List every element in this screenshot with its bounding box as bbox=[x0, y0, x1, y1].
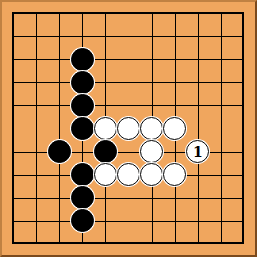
intersection-c0-r8[interactable] bbox=[1, 186, 24, 209]
intersection-c1-r7[interactable] bbox=[25, 163, 48, 186]
intersection-c0-r3[interactable] bbox=[1, 71, 24, 94]
intersection-c5-r2[interactable] bbox=[117, 48, 140, 71]
intersection-c4-r1[interactable] bbox=[94, 25, 117, 48]
intersection-c9-r2[interactable] bbox=[209, 48, 232, 71]
intersection-c8-r1[interactable] bbox=[186, 25, 209, 48]
intersection-c4-r6[interactable] bbox=[94, 140, 117, 163]
intersection-c5-r9[interactable] bbox=[117, 209, 140, 232]
intersection-c9-r3[interactable] bbox=[209, 71, 232, 94]
intersection-c1-r9[interactable] bbox=[25, 209, 48, 232]
go-board: 1 bbox=[0, 0, 257, 257]
intersection-c6-r7[interactable] bbox=[140, 163, 163, 186]
intersection-c2-r10[interactable] bbox=[48, 232, 71, 255]
black-stone[interactable] bbox=[71, 209, 94, 232]
intersection-c7-r7[interactable] bbox=[163, 163, 186, 186]
intersection-c3-r2[interactable] bbox=[71, 48, 94, 71]
intersection-c2-r8[interactable] bbox=[48, 186, 71, 209]
intersection-c9-r7[interactable] bbox=[209, 163, 232, 186]
intersection-c1-r2[interactable] bbox=[25, 48, 48, 71]
intersection-c4-r7[interactable] bbox=[94, 163, 117, 186]
black-stone[interactable] bbox=[94, 140, 117, 163]
white-stone[interactable] bbox=[163, 117, 186, 140]
intersection-c5-r8[interactable] bbox=[117, 186, 140, 209]
intersection-c3-r4[interactable] bbox=[71, 94, 94, 117]
black-stone[interactable] bbox=[71, 186, 94, 209]
intersection-c0-r6[interactable] bbox=[1, 140, 24, 163]
intersection-c1-r3[interactable] bbox=[25, 71, 48, 94]
intersection-c2-r5[interactable] bbox=[48, 117, 71, 140]
intersection-c5-r5[interactable] bbox=[117, 117, 140, 140]
intersection-c9-r9[interactable] bbox=[209, 209, 232, 232]
intersection-c4-r10[interactable] bbox=[94, 232, 117, 255]
intersection-c3-r1[interactable] bbox=[71, 25, 94, 48]
intersection-c2-r7[interactable] bbox=[48, 163, 71, 186]
intersection-c4-r3[interactable] bbox=[94, 71, 117, 94]
intersection-c8-r4[interactable] bbox=[186, 94, 209, 117]
intersection-c4-r8[interactable] bbox=[94, 186, 117, 209]
black-stone[interactable] bbox=[71, 163, 94, 186]
white-stone[interactable] bbox=[94, 117, 117, 140]
intersection-c9-r5[interactable] bbox=[209, 117, 232, 140]
black-stone[interactable] bbox=[71, 94, 94, 117]
intersection-c9-r8[interactable] bbox=[209, 186, 232, 209]
white-stone[interactable] bbox=[140, 140, 163, 163]
black-stone[interactable] bbox=[71, 117, 94, 140]
intersection-c3-r9[interactable] bbox=[71, 209, 94, 232]
intersection-c9-r10[interactable] bbox=[209, 232, 232, 255]
intersection-c9-r4[interactable] bbox=[209, 94, 232, 117]
intersection-c2-r1[interactable] bbox=[48, 25, 71, 48]
intersection-c5-r7[interactable] bbox=[117, 163, 140, 186]
intersection-c2-r4[interactable] bbox=[48, 94, 71, 117]
intersection-c2-r9[interactable] bbox=[48, 209, 71, 232]
intersection-c7-r0[interactable] bbox=[163, 1, 186, 24]
intersection-c4-r4[interactable] bbox=[94, 94, 117, 117]
intersection-c10-r10[interactable] bbox=[232, 232, 255, 255]
intersection-c5-r4[interactable] bbox=[117, 94, 140, 117]
intersection-c7-r2[interactable] bbox=[163, 48, 186, 71]
intersection-c10-r3[interactable] bbox=[232, 71, 255, 94]
intersection-c1-r5[interactable] bbox=[25, 117, 48, 140]
intersection-c8-r0[interactable] bbox=[186, 1, 209, 24]
intersection-c6-r10[interactable] bbox=[140, 232, 163, 255]
intersection-c9-r0[interactable] bbox=[209, 1, 232, 24]
intersection-c8-r7[interactable] bbox=[186, 163, 209, 186]
move-number-label: 1 bbox=[193, 144, 203, 158]
white-stone[interactable] bbox=[117, 117, 140, 140]
intersection-c10-r7[interactable] bbox=[232, 163, 255, 186]
intersection-c5-r0[interactable] bbox=[117, 1, 140, 24]
intersection-c4-r2[interactable] bbox=[94, 48, 117, 71]
intersection-c5-r1[interactable] bbox=[117, 25, 140, 48]
intersection-c0-r2[interactable] bbox=[1, 48, 24, 71]
intersection-c2-r0[interactable] bbox=[48, 1, 71, 24]
intersection-c10-r8[interactable] bbox=[232, 186, 255, 209]
intersection-c3-r3[interactable] bbox=[71, 71, 94, 94]
intersection-c10-r6[interactable] bbox=[232, 140, 255, 163]
intersection-c6-r3[interactable] bbox=[140, 71, 163, 94]
intersection-c0-r4[interactable] bbox=[1, 94, 24, 117]
intersection-c10-r5[interactable] bbox=[232, 117, 255, 140]
intersection-c0-r0[interactable] bbox=[1, 1, 24, 24]
intersection-c0-r7[interactable] bbox=[1, 163, 24, 186]
intersection-c8-r3[interactable] bbox=[186, 71, 209, 94]
intersection-c6-r1[interactable] bbox=[140, 25, 163, 48]
intersection-c10-r9[interactable] bbox=[232, 209, 255, 232]
intersection-c0-r1[interactable] bbox=[1, 25, 24, 48]
intersection-c4-r9[interactable] bbox=[94, 209, 117, 232]
intersection-c8-r5[interactable] bbox=[186, 117, 209, 140]
board-intersections: 1 bbox=[1, 1, 255, 255]
intersection-c0-r10[interactable] bbox=[1, 232, 24, 255]
intersection-c2-r6[interactable] bbox=[48, 140, 71, 163]
intersection-c8-r8[interactable] bbox=[186, 186, 209, 209]
intersection-c3-r7[interactable] bbox=[71, 163, 94, 186]
white-stone-move-1[interactable]: 1 bbox=[186, 140, 209, 163]
intersection-c7-r5[interactable] bbox=[163, 117, 186, 140]
intersection-c6-r0[interactable] bbox=[140, 1, 163, 24]
intersection-c10-r4[interactable] bbox=[232, 94, 255, 117]
white-stone[interactable] bbox=[94, 163, 117, 186]
white-stone[interactable] bbox=[140, 117, 163, 140]
intersection-c7-r9[interactable] bbox=[163, 209, 186, 232]
intersection-c6-r2[interactable] bbox=[140, 48, 163, 71]
white-stone[interactable] bbox=[140, 163, 163, 186]
intersection-c1-r10[interactable] bbox=[25, 232, 48, 255]
intersection-c8-r9[interactable] bbox=[186, 209, 209, 232]
intersection-c1-r0[interactable] bbox=[25, 1, 48, 24]
intersection-c7-r1[interactable] bbox=[163, 25, 186, 48]
intersection-c1-r6[interactable] bbox=[25, 140, 48, 163]
intersection-c3-r10[interactable] bbox=[71, 232, 94, 255]
white-stone[interactable] bbox=[163, 163, 186, 186]
intersection-c3-r5[interactable] bbox=[71, 117, 94, 140]
intersection-c7-r6[interactable] bbox=[163, 140, 186, 163]
intersection-c1-r8[interactable] bbox=[25, 186, 48, 209]
intersection-c8-r6[interactable]: 1 bbox=[186, 140, 209, 163]
intersection-c3-r8[interactable] bbox=[71, 186, 94, 209]
intersection-c6-r9[interactable] bbox=[140, 209, 163, 232]
intersection-c1-r1[interactable] bbox=[25, 25, 48, 48]
intersection-c5-r6[interactable] bbox=[117, 140, 140, 163]
intersection-c7-r3[interactable] bbox=[163, 71, 186, 94]
white-stone[interactable] bbox=[117, 163, 140, 186]
black-stone[interactable] bbox=[48, 140, 71, 163]
intersection-c6-r8[interactable] bbox=[140, 186, 163, 209]
intersection-c7-r4[interactable] bbox=[163, 94, 186, 117]
intersection-c4-r0[interactable] bbox=[94, 1, 117, 24]
intersection-c10-r0[interactable] bbox=[232, 1, 255, 24]
black-stone[interactable] bbox=[71, 71, 94, 94]
intersection-c8-r2[interactable] bbox=[186, 48, 209, 71]
intersection-c2-r2[interactable] bbox=[48, 48, 71, 71]
intersection-c6-r6[interactable] bbox=[140, 140, 163, 163]
intersection-c6-r5[interactable] bbox=[140, 117, 163, 140]
intersection-c3-r0[interactable] bbox=[71, 1, 94, 24]
intersection-c3-r6[interactable] bbox=[71, 140, 94, 163]
intersection-c10-r2[interactable] bbox=[232, 48, 255, 71]
intersection-c5-r3[interactable] bbox=[117, 71, 140, 94]
intersection-c2-r3[interactable] bbox=[48, 71, 71, 94]
intersection-c8-r10[interactable] bbox=[186, 232, 209, 255]
intersection-c6-r4[interactable] bbox=[140, 94, 163, 117]
intersection-c9-r1[interactable] bbox=[209, 25, 232, 48]
intersection-c0-r5[interactable] bbox=[1, 117, 24, 140]
intersection-c7-r8[interactable] bbox=[163, 186, 186, 209]
intersection-c9-r6[interactable] bbox=[209, 140, 232, 163]
intersection-c7-r10[interactable] bbox=[163, 232, 186, 255]
intersection-c10-r1[interactable] bbox=[232, 25, 255, 48]
black-stone[interactable] bbox=[71, 48, 94, 71]
intersection-c0-r9[interactable] bbox=[1, 209, 24, 232]
intersection-c4-r5[interactable] bbox=[94, 117, 117, 140]
intersection-c5-r10[interactable] bbox=[117, 232, 140, 255]
intersection-c1-r4[interactable] bbox=[25, 94, 48, 117]
